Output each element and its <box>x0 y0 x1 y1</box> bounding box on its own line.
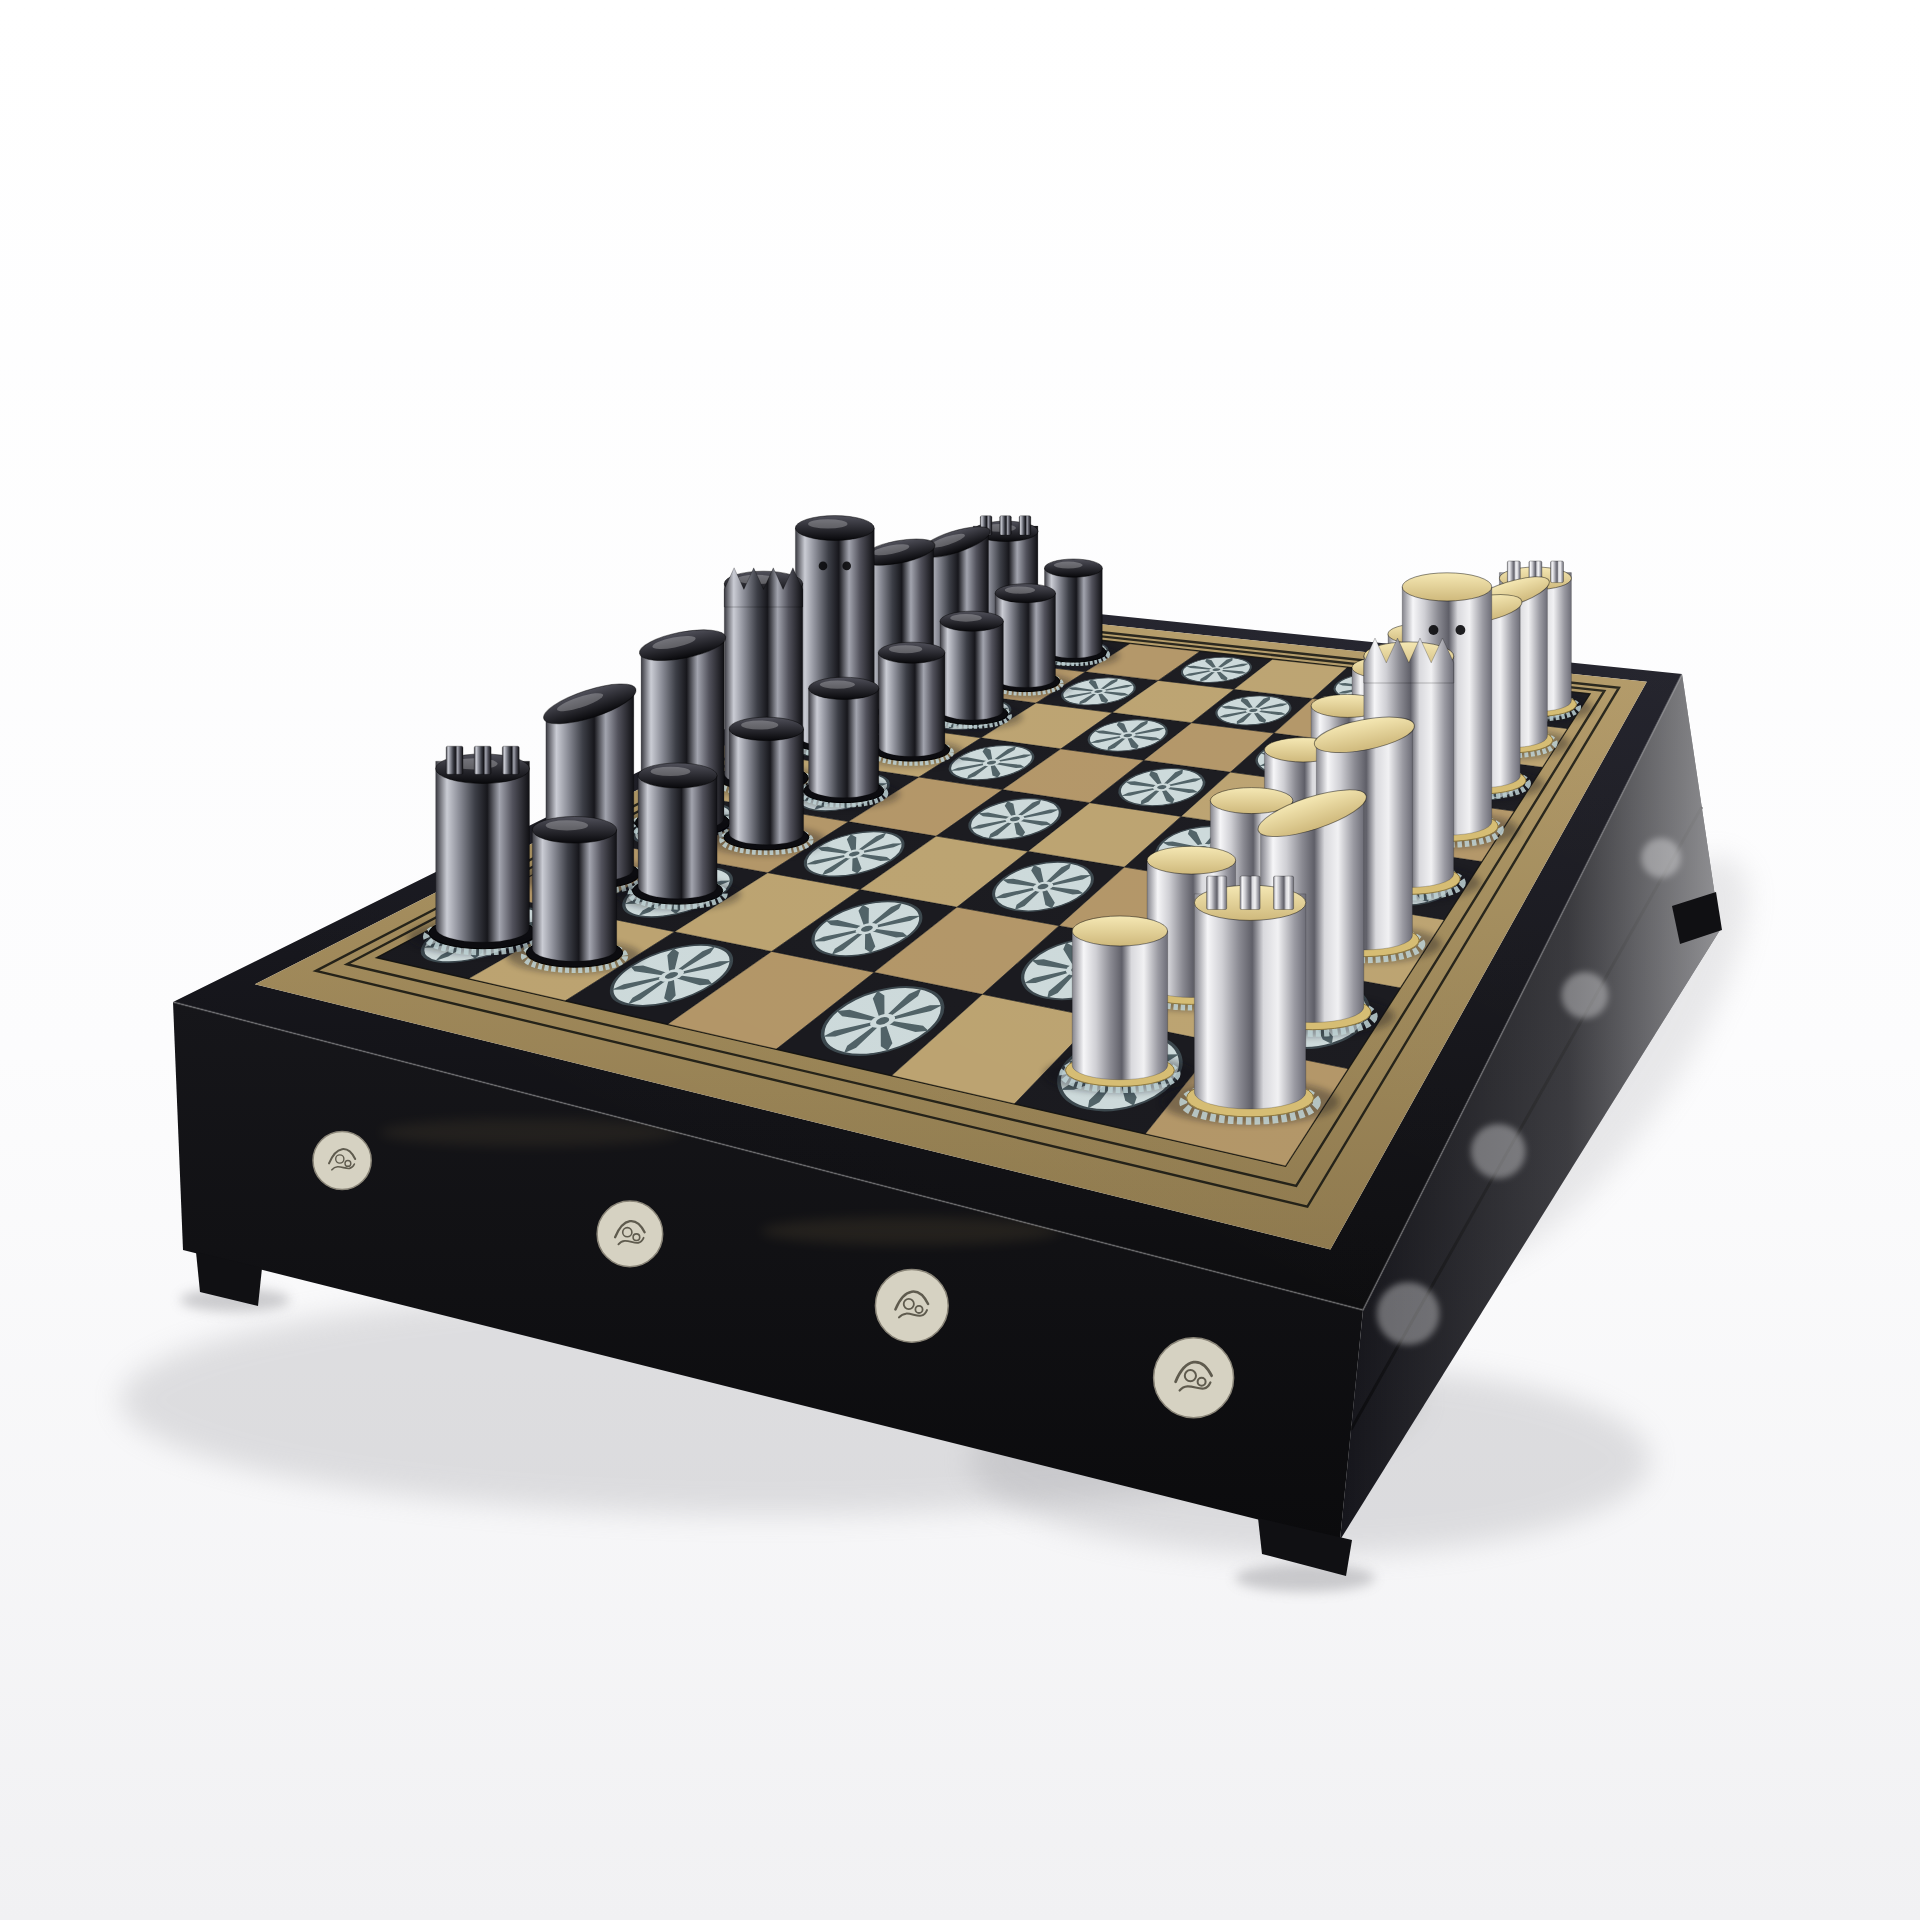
chess-set-photo <box>0 0 1920 1920</box>
side-medallion-front-2 <box>597 1201 663 1267</box>
product-photo-stage <box>0 0 1920 1920</box>
side-medallion-front-4 <box>1154 1338 1234 1418</box>
side-medallion-front-3 <box>875 1269 948 1342</box>
side-medallion-front-1 <box>313 1131 371 1189</box>
